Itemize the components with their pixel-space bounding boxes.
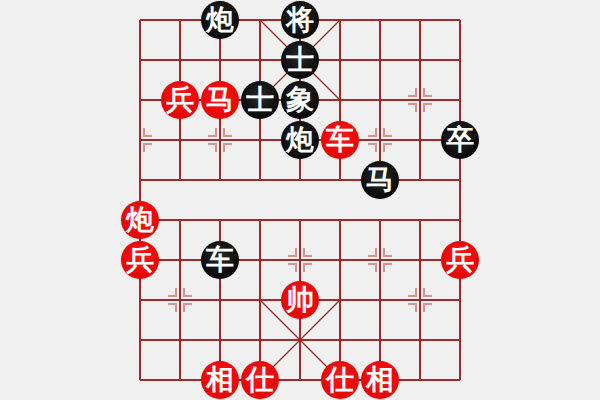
piece-red-pawn[interactable]: 兵 <box>121 241 159 279</box>
piece-red-chariot[interactable]: 车 <box>321 121 359 159</box>
piece-red-pawn[interactable]: 兵 <box>441 241 479 279</box>
xiangqi-board[interactable]: 炮将士兵马士象炮车卒马炮兵车兵帅相仕仕相 <box>120 0 480 400</box>
piece-black-chariot[interactable]: 车 <box>201 241 239 279</box>
piece-red-king[interactable]: 帅 <box>281 281 319 319</box>
piece-black-horse[interactable]: 马 <box>361 161 399 199</box>
piece-red-cannon[interactable]: 炮 <box>121 201 159 239</box>
piece-red-elephant[interactable]: 相 <box>361 361 399 399</box>
piece-black-advisor[interactable]: 士 <box>241 81 279 119</box>
piece-red-advisor[interactable]: 仕 <box>321 361 359 399</box>
piece-red-advisor[interactable]: 仕 <box>241 361 279 399</box>
xiangqi-board-screen: 炮将士兵马士象炮车卒马炮兵车兵帅相仕仕相 <box>0 0 600 400</box>
piece-black-cannon[interactable]: 炮 <box>281 121 319 159</box>
piece-red-horse[interactable]: 马 <box>201 81 239 119</box>
piece-black-cannon[interactable]: 炮 <box>201 1 239 39</box>
piece-red-elephant[interactable]: 相 <box>201 361 239 399</box>
piece-black-advisor[interactable]: 士 <box>281 41 319 79</box>
piece-black-king[interactable]: 将 <box>281 1 319 39</box>
piece-black-elephant[interactable]: 象 <box>281 81 319 119</box>
piece-black-pawn[interactable]: 卒 <box>441 121 479 159</box>
piece-red-pawn[interactable]: 兵 <box>161 81 199 119</box>
